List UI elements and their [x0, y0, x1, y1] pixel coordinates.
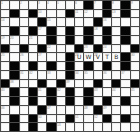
white-cell[interactable]: 36	[103, 71, 112, 80]
black-cell	[10, 115, 19, 124]
clue-number: 39	[66, 80, 70, 83]
white-cell[interactable]: 44	[112, 88, 121, 97]
white-cell[interactable]	[57, 115, 66, 124]
white-cell[interactable]	[57, 36, 66, 45]
black-cell	[10, 97, 19, 106]
white-cell[interactable]	[57, 97, 66, 106]
black-cell	[10, 62, 19, 71]
white-cell[interactable]	[94, 71, 103, 80]
white-cell[interactable]: 33	[47, 71, 56, 80]
white-cell[interactable]	[1, 97, 10, 106]
white-cell[interactable]	[38, 62, 47, 71]
white-cell[interactable]	[112, 71, 121, 80]
white-cell[interactable]	[94, 123, 103, 132]
white-cell[interactable]	[66, 45, 75, 54]
clue-number: 43	[94, 88, 98, 91]
white-cell[interactable]	[121, 45, 130, 54]
clue-number: 13	[112, 10, 116, 13]
white-cell[interactable]: 18	[94, 27, 103, 36]
clue-number: 53	[57, 123, 61, 126]
white-cell[interactable]	[20, 10, 29, 19]
white-cell[interactable]	[84, 80, 93, 89]
white-cell[interactable]	[94, 62, 103, 71]
white-cell[interactable]	[1, 71, 10, 80]
clue-number: 36	[103, 71, 107, 74]
clue-number: 48	[84, 106, 88, 109]
black-cell	[38, 18, 47, 27]
white-cell[interactable]	[57, 53, 66, 62]
white-cell[interactable]	[131, 123, 140, 132]
cell-letter: W	[84, 53, 92, 61]
black-cell	[10, 10, 19, 19]
white-cell[interactable]: 41	[38, 88, 47, 97]
clue-number: 1	[1, 1, 3, 4]
white-cell[interactable]	[57, 106, 66, 115]
black-cell	[131, 80, 140, 89]
black-cell	[121, 53, 130, 62]
white-cell[interactable]: 27	[38, 53, 47, 62]
black-cell	[66, 62, 75, 71]
white-cell[interactable]: 16	[103, 18, 112, 27]
white-cell[interactable]: 40	[1, 88, 10, 97]
white-cell[interactable]	[1, 62, 10, 71]
black-cell	[38, 45, 47, 54]
white-cell[interactable]: W	[84, 53, 93, 62]
black-cell	[38, 80, 47, 89]
clue-number: 18	[94, 27, 98, 30]
white-cell[interactable]: 13	[112, 10, 121, 19]
clue-number: 4	[47, 1, 49, 4]
white-cell[interactable]	[10, 1, 19, 10]
clue-number: 10	[38, 10, 42, 13]
white-cell[interactable]: 9	[131, 1, 140, 10]
black-cell	[47, 36, 56, 45]
clue-number: 44	[112, 88, 116, 91]
white-cell[interactable]	[57, 10, 66, 19]
black-cell	[66, 115, 75, 124]
white-cell[interactable]	[75, 97, 84, 106]
white-cell[interactable]: 34	[75, 71, 84, 80]
black-cell	[10, 88, 19, 97]
black-cell	[66, 53, 75, 62]
white-cell[interactable]	[66, 123, 75, 132]
white-cell[interactable]: 2	[20, 1, 29, 10]
white-cell[interactable]	[121, 88, 130, 97]
black-cell	[29, 10, 38, 19]
white-cell[interactable]	[112, 36, 121, 45]
white-cell[interactable]	[75, 18, 84, 27]
white-cell[interactable]: 29V	[94, 53, 103, 62]
clue-number: 28	[75, 53, 79, 56]
black-cell	[29, 27, 38, 36]
white-cell[interactable]	[84, 18, 93, 27]
white-cell[interactable]	[131, 97, 140, 106]
white-cell[interactable]	[66, 106, 75, 115]
clue-number: 37	[121, 71, 125, 74]
white-cell[interactable]	[20, 88, 29, 97]
black-cell	[1, 45, 10, 54]
white-cell[interactable]	[131, 71, 140, 80]
white-cell[interactable]: 15	[47, 18, 56, 27]
white-cell[interactable]	[112, 106, 121, 115]
white-cell[interactable]	[47, 80, 56, 89]
white-cell[interactable]	[10, 45, 19, 54]
clue-number: 26	[20, 53, 24, 56]
white-cell[interactable]: T	[103, 53, 112, 62]
clue-number: 5	[57, 1, 59, 4]
white-cell[interactable]	[131, 27, 140, 36]
clue-number: 20	[10, 36, 14, 39]
black-cell	[84, 62, 93, 71]
clue-number: 19	[1, 36, 5, 39]
clue-number: 46	[1, 106, 5, 109]
white-cell[interactable]	[38, 97, 47, 106]
white-cell[interactable]	[103, 80, 112, 89]
black-cell	[10, 71, 19, 80]
black-cell	[84, 36, 93, 45]
white-cell[interactable]	[75, 36, 84, 45]
white-cell[interactable]	[121, 106, 130, 115]
clue-number: 15	[47, 18, 51, 21]
clue-number: 12	[84, 10, 88, 13]
black-cell	[57, 80, 66, 89]
black-cell	[10, 123, 19, 132]
white-cell[interactable]	[47, 10, 56, 19]
black-cell	[121, 97, 130, 106]
white-cell[interactable]	[20, 115, 29, 124]
black-cell	[103, 36, 112, 45]
white-cell[interactable]	[29, 53, 38, 62]
white-cell[interactable]: 45	[131, 88, 140, 97]
black-cell	[20, 45, 29, 54]
clue-number: 23	[84, 45, 88, 48]
black-cell	[103, 97, 112, 106]
clue-number: 52	[94, 115, 98, 118]
clue-number: 27	[38, 53, 42, 56]
white-cell[interactable]	[57, 71, 66, 80]
black-cell	[84, 88, 93, 97]
white-cell[interactable]	[29, 1, 38, 10]
black-cell	[121, 115, 130, 124]
cell-letter: T	[103, 53, 111, 61]
crossword-board: 1234567891011121314151617181920212223242…	[0, 0, 140, 132]
white-cell[interactable]	[131, 36, 140, 45]
black-cell	[94, 45, 103, 54]
white-cell[interactable]: 10	[38, 10, 47, 19]
black-cell	[75, 45, 84, 54]
white-cell[interactable]	[121, 18, 130, 27]
black-cell	[47, 88, 56, 97]
white-cell[interactable]	[29, 80, 38, 89]
white-cell[interactable]	[29, 18, 38, 27]
white-cell[interactable]: 8	[112, 1, 121, 10]
black-cell	[66, 10, 75, 19]
white-cell[interactable]: 42	[57, 88, 66, 97]
white-cell[interactable]: 14	[1, 18, 10, 27]
white-cell[interactable]	[103, 88, 112, 97]
white-cell[interactable]: 28U	[75, 53, 84, 62]
black-cell	[121, 1, 130, 10]
white-cell[interactable]: 17	[38, 27, 47, 36]
black-cell	[29, 62, 38, 71]
white-cell[interactable]	[131, 10, 140, 19]
black-cell	[94, 80, 103, 89]
black-cell	[1, 80, 10, 89]
black-cell	[84, 1, 93, 10]
white-cell[interactable]	[38, 71, 47, 80]
black-cell	[121, 62, 130, 71]
cell-letter: U	[75, 53, 83, 61]
white-cell[interactable]: B	[112, 53, 121, 62]
black-cell	[66, 71, 75, 80]
clue-number: 51	[75, 115, 79, 118]
clue-number: 16	[103, 18, 107, 21]
black-cell	[121, 36, 130, 45]
clue-number: 17	[38, 27, 42, 30]
white-cell[interactable]	[38, 36, 47, 45]
white-cell[interactable]: 6	[75, 1, 84, 10]
black-cell	[29, 115, 38, 124]
white-cell[interactable]	[10, 106, 19, 115]
clue-number: 45	[131, 88, 135, 91]
white-cell[interactable]	[20, 62, 29, 71]
white-cell[interactable]	[75, 123, 84, 132]
clue-number: 35	[84, 71, 88, 74]
white-cell[interactable]	[20, 106, 29, 115]
black-cell	[103, 115, 112, 124]
white-cell[interactable]	[121, 123, 130, 132]
clue-number: 25	[1, 53, 5, 56]
white-cell[interactable]: 37	[121, 71, 130, 80]
cell-letter: B	[112, 53, 120, 61]
white-cell[interactable]	[112, 18, 121, 27]
white-cell[interactable]	[75, 62, 84, 71]
white-cell[interactable]	[20, 18, 29, 27]
white-cell[interactable]	[1, 27, 10, 36]
white-cell[interactable]	[112, 27, 121, 36]
clue-number: 24	[103, 45, 107, 48]
black-cell	[66, 88, 75, 97]
black-cell	[94, 18, 103, 27]
clue-number: 40	[1, 88, 5, 91]
white-cell[interactable]: 52	[94, 115, 103, 124]
black-cell	[29, 97, 38, 106]
white-cell[interactable]	[112, 123, 121, 132]
clue-number: 38	[10, 80, 14, 83]
black-cell	[84, 97, 93, 106]
black-cell	[10, 27, 19, 36]
black-cell	[29, 123, 38, 132]
black-cell	[66, 36, 75, 45]
white-cell[interactable]	[75, 27, 84, 36]
white-cell[interactable]: 19	[1, 36, 10, 45]
black-cell	[84, 27, 93, 36]
clue-number: 22	[47, 45, 51, 48]
white-cell[interactable]	[29, 45, 38, 54]
black-cell	[47, 123, 56, 132]
clue-number: 33	[47, 71, 51, 74]
white-cell[interactable]	[1, 123, 10, 132]
white-cell[interactable]	[131, 115, 140, 124]
black-cell	[112, 80, 121, 89]
clue-number: 30	[131, 53, 135, 56]
white-cell[interactable]	[112, 45, 121, 54]
white-cell[interactable]	[57, 18, 66, 27]
black-cell	[131, 45, 140, 54]
black-cell	[103, 62, 112, 71]
white-cell[interactable]	[10, 18, 19, 27]
white-cell[interactable]	[20, 97, 29, 106]
white-cell[interactable]	[94, 10, 103, 19]
white-cell[interactable]: 35	[84, 71, 93, 80]
white-cell[interactable]	[75, 80, 84, 89]
black-cell	[103, 27, 112, 36]
black-cell	[47, 27, 56, 36]
clue-number: 31	[20, 71, 24, 74]
clue-number: 7	[94, 1, 96, 4]
white-cell[interactable]: 25	[1, 53, 10, 62]
white-cell[interactable]: 30	[131, 53, 140, 62]
white-cell[interactable]	[84, 123, 93, 132]
white-cell[interactable]	[38, 123, 47, 132]
white-cell[interactable]	[1, 115, 10, 124]
white-cell[interactable]	[94, 36, 103, 45]
white-cell[interactable]: 7	[94, 1, 103, 10]
white-cell[interactable]: 20	[10, 36, 19, 45]
white-cell[interactable]	[112, 115, 121, 124]
white-cell[interactable]: 38	[10, 80, 19, 89]
clue-number: 42	[57, 88, 61, 91]
white-cell[interactable]	[47, 115, 56, 124]
white-cell[interactable]	[112, 62, 121, 71]
clue-number: 2	[20, 1, 22, 4]
white-cell[interactable]: 48	[84, 106, 93, 115]
white-cell[interactable]	[66, 18, 75, 27]
clue-number: 50	[38, 115, 42, 118]
white-cell[interactable]	[57, 62, 66, 71]
white-cell[interactable]: 43	[94, 88, 103, 97]
black-cell	[94, 106, 103, 115]
clue-number: 11	[75, 10, 78, 13]
clue-number: 3	[38, 1, 40, 4]
clue-number: 47	[47, 106, 51, 109]
white-cell[interactable]	[84, 115, 93, 124]
white-cell[interactable]	[20, 27, 29, 36]
cell-letter: V	[94, 53, 102, 61]
clue-number: 41	[38, 88, 42, 91]
white-cell[interactable]	[47, 53, 56, 62]
white-cell[interactable]	[75, 106, 84, 115]
clue-number: 6	[75, 1, 77, 4]
black-cell	[66, 27, 75, 36]
white-cell[interactable]: 46	[1, 106, 10, 115]
white-cell[interactable]	[57, 27, 66, 36]
white-cell[interactable]: 32	[29, 71, 38, 80]
clue-number: 49	[103, 106, 107, 109]
white-cell[interactable]: 53	[57, 123, 66, 132]
white-cell[interactable]: 50	[38, 115, 47, 124]
white-cell[interactable]	[57, 45, 66, 54]
white-cell[interactable]	[29, 106, 38, 115]
black-cell	[66, 97, 75, 106]
white-cell[interactable]	[20, 123, 29, 132]
white-cell[interactable]: 39	[66, 80, 75, 89]
clue-number: 29	[94, 53, 98, 56]
black-cell	[103, 10, 112, 19]
white-cell[interactable]: 51	[75, 115, 84, 124]
black-cell	[121, 27, 130, 36]
white-cell[interactable]: 21	[29, 36, 38, 45]
white-cell[interactable]: 22	[47, 45, 56, 54]
white-cell[interactable]: 31	[20, 71, 29, 80]
white-cell[interactable]	[94, 97, 103, 106]
white-cell[interactable]	[75, 88, 84, 97]
clue-number: 21	[29, 36, 33, 39]
clue-number: 8	[112, 1, 114, 4]
black-cell	[103, 1, 112, 10]
white-cell[interactable]: 24	[103, 45, 112, 54]
white-cell[interactable]: 11	[75, 10, 84, 19]
white-cell[interactable]: 47	[47, 106, 56, 115]
white-cell[interactable]	[103, 123, 112, 132]
clue-number: 14	[1, 18, 5, 21]
white-cell[interactable]	[121, 80, 130, 89]
clue-number: 34	[75, 71, 79, 74]
white-cell[interactable]	[1, 10, 10, 19]
white-cell[interactable]: 23	[84, 45, 93, 54]
black-cell	[121, 10, 130, 19]
white-cell[interactable]: 26	[20, 53, 29, 62]
white-cell[interactable]	[20, 80, 29, 89]
black-cell	[38, 106, 47, 115]
white-cell[interactable]	[66, 1, 75, 10]
black-cell	[29, 88, 38, 97]
black-cell	[47, 62, 56, 71]
white-cell[interactable]: 12	[84, 10, 93, 19]
white-cell[interactable]	[131, 18, 140, 27]
white-cell[interactable]	[131, 106, 140, 115]
white-cell[interactable]: 5	[57, 1, 66, 10]
white-cell[interactable]	[131, 62, 140, 71]
clue-number: 9	[131, 1, 133, 4]
white-cell[interactable]	[20, 36, 29, 45]
white-cell[interactable]: 1	[1, 1, 10, 10]
white-cell[interactable]	[10, 53, 19, 62]
white-cell[interactable]: 3	[38, 1, 47, 10]
clue-number: 32	[29, 71, 33, 74]
white-cell[interactable]: 49	[103, 106, 112, 115]
crossword-puzzle: 1234567891011121314151617181920212223242…	[0, 0, 140, 132]
black-cell	[47, 97, 56, 106]
white-cell[interactable]	[112, 97, 121, 106]
white-cell[interactable]: 4	[47, 1, 56, 10]
